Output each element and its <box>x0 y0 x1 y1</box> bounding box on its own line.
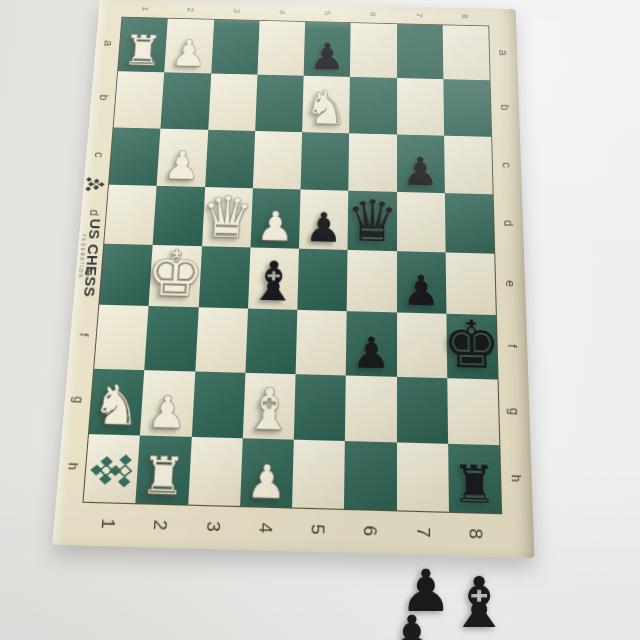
square-b4 <box>255 75 304 132</box>
square-f2 <box>145 306 199 371</box>
square-c4 <box>253 131 302 190</box>
square-e3 <box>198 246 250 309</box>
piece-black-pawn-f6: ♟ <box>352 332 391 374</box>
square-f8: ♚ <box>446 314 497 379</box>
rank-labels-bottom: 12345678 <box>79 501 501 558</box>
piece-black-pawn-a5: ♟ <box>309 40 345 76</box>
file-label-left-b: b <box>73 86 134 110</box>
square-g2: ♟ <box>140 370 195 437</box>
square-e7: ♟ <box>397 251 447 314</box>
piece-white-pawn-h4: ♟ <box>246 460 287 505</box>
rank-label-top-2: 2 <box>180 0 201 31</box>
square-h5 <box>292 439 345 508</box>
square-b5: ♞ <box>302 76 350 133</box>
piece-black-bishop-e4: ♝ <box>248 255 299 308</box>
square-g5 <box>294 374 346 441</box>
file-label-right-g: g <box>481 394 546 429</box>
chess-mat: 12345678 12345678 abcdefgh abcdefgh US C… <box>52 0 534 558</box>
captured-black-bishop-2: ♝ <box>448 570 511 637</box>
rank-label-top-7: 7 <box>409 0 428 37</box>
square-h2: ♜ <box>136 435 192 504</box>
square-c6 <box>349 133 397 192</box>
square-c7: ♟ <box>397 134 445 193</box>
rank-label-bottom-6: 6 <box>347 503 390 560</box>
square-b3 <box>208 74 257 131</box>
file-label-left-c: c <box>67 142 129 167</box>
square-f6: ♟ <box>346 311 396 376</box>
square-e4: ♝ <box>248 247 299 310</box>
file-label-right-e: e <box>478 268 541 300</box>
square-f5 <box>296 310 347 375</box>
rank-label-top-5: 5 <box>317 0 336 34</box>
file-label-left-f: f <box>51 321 116 348</box>
square-d3: ♛ <box>202 187 253 248</box>
square-b2 <box>161 73 211 130</box>
piece-black-king-f8: ♚ <box>442 313 502 377</box>
square-f4 <box>245 309 297 374</box>
rank-label-bottom-7: 7 <box>400 504 443 561</box>
square-d7 <box>397 192 446 253</box>
square-d6: ♛ <box>348 190 397 251</box>
file-label-right-b: b <box>474 93 534 122</box>
square-e2: ♚ <box>149 245 202 308</box>
piece-white-knight-g1: ♞ <box>91 380 143 433</box>
piece-white-pawn-g2: ♟ <box>146 391 187 434</box>
square-c5 <box>301 132 350 191</box>
square-g6 <box>345 375 396 442</box>
rank-label-top-3: 3 <box>226 0 246 32</box>
rank-label-top-6: 6 <box>363 0 382 35</box>
piece-black-rook-h8: ♜ <box>452 461 497 511</box>
square-g1: ♞ <box>89 368 145 435</box>
us-chess-logo-icon <box>85 176 106 193</box>
square-b7 <box>397 78 444 135</box>
piece-white-rook-h2: ♜ <box>139 452 186 502</box>
square-h6 <box>344 441 396 511</box>
piece-black-queen-d6: ♛ <box>346 193 399 249</box>
square-b6 <box>349 77 396 134</box>
square-g7 <box>396 376 447 443</box>
rank-label-bottom-1: 1 <box>83 496 130 552</box>
captured-black-pawn-0: ♟ <box>400 564 452 619</box>
square-f7 <box>397 313 448 378</box>
square-c2: ♟ <box>157 128 208 187</box>
square-d5: ♟ <box>299 189 349 250</box>
rank-label-top-4: 4 <box>272 0 292 33</box>
tablecloth-background: 12345678 12345678 abcdefgh abcdefgh US C… <box>0 0 640 640</box>
square-c3 <box>205 129 255 188</box>
square-d4: ♟ <box>250 188 300 249</box>
piece-white-knight-b5: ♞ <box>303 86 348 131</box>
square-a1: ♜ <box>118 18 168 73</box>
piece-white-bishop-g4: ♝ <box>243 381 296 438</box>
square-h7 <box>396 442 448 512</box>
piece-white-queen-d3: ♛ <box>199 190 254 246</box>
piece-white-king-e2: ♚ <box>145 244 206 305</box>
piece-white-rook-a1: ♜ <box>122 31 164 71</box>
square-f3 <box>195 308 248 373</box>
square-e5 <box>297 249 347 312</box>
file-label-right-d: d <box>477 208 539 239</box>
square-g4: ♝ <box>243 372 296 439</box>
square-h8: ♜ <box>448 444 501 514</box>
us-chess-pawn-corner-logo <box>86 448 137 493</box>
square-g3 <box>191 371 245 438</box>
square-e6 <box>347 250 397 313</box>
rank-label-bottom-5: 5 <box>295 501 339 558</box>
captured-black-pawn-1: ♟ <box>386 610 438 640</box>
piece-black-pawn-c7: ♟ <box>402 153 439 191</box>
file-label-right-a: a <box>473 39 532 67</box>
piece-black-pawn-e7: ♟ <box>402 271 440 312</box>
square-h3 <box>188 437 243 506</box>
file-label-right-c: c <box>475 149 536 179</box>
board-grid: ♜♟♟♞♟♟♛♟♟♛♚♝♟♟♚♞♟♝♜♟♜ <box>82 17 502 515</box>
piece-black-pawn-d5: ♟ <box>305 209 343 248</box>
rank-label-bottom-3: 3 <box>189 498 234 555</box>
square-h4: ♟ <box>240 438 294 507</box>
piece-white-pawn-a2: ♟ <box>170 36 207 72</box>
piece-white-pawn-d4: ♟ <box>256 207 294 246</box>
rank-label-top-8: 8 <box>455 0 474 38</box>
piece-white-pawn-c2: ♟ <box>163 147 202 185</box>
